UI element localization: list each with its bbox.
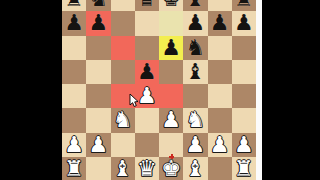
square-f1[interactable]: ♝ — [183, 157, 207, 180]
piece-white-pawn-b2[interactable]: ♟ — [89, 134, 109, 156]
square-h4[interactable] — [232, 84, 256, 108]
square-d4[interactable]: ♟ — [135, 84, 159, 108]
piece-black-pawn-a7[interactable]: ♟ — [64, 12, 84, 34]
piece-black-pawn-g7[interactable]: ♟ — [210, 12, 230, 34]
square-b1[interactable] — [86, 157, 110, 180]
piece-black-pawn-b7[interactable]: ♟ — [89, 12, 109, 34]
square-e6[interactable]: ♟ — [159, 36, 183, 60]
piece-white-bishop-f1[interactable]: ♝ — [186, 158, 206, 180]
square-d8[interactable]: ♛ — [135, 0, 159, 11]
square-f6[interactable]: ♞ — [183, 36, 207, 60]
piece-white-pawn-d4[interactable]: ♟ — [137, 85, 157, 107]
square-g6[interactable] — [208, 36, 232, 60]
square-h7[interactable]: ♟ — [232, 11, 256, 35]
square-b4[interactable] — [86, 84, 110, 108]
square-a4[interactable] — [62, 84, 86, 108]
piece-black-bishop-f5[interactable]: ♝ — [186, 61, 206, 83]
square-d3[interactable] — [135, 108, 159, 132]
square-h1[interactable]: ♜ — [232, 157, 256, 180]
square-b6[interactable] — [86, 36, 110, 60]
square-h8[interactable]: ♜ — [232, 0, 256, 11]
piece-black-bishop-f8[interactable]: ♝ — [186, 0, 206, 10]
piece-white-pawn-g2[interactable]: ♟ — [210, 134, 230, 156]
square-c8[interactable] — [111, 0, 135, 11]
square-a5[interactable] — [62, 60, 86, 84]
square-c1[interactable]: ♝ — [111, 157, 135, 180]
square-f2[interactable]: ♟ — [183, 133, 207, 157]
square-a7[interactable]: ♟ — [62, 11, 86, 35]
square-h5[interactable] — [232, 60, 256, 84]
square-a1[interactable]: ♜ — [62, 157, 86, 180]
square-c3[interactable]: ♞ — [111, 108, 135, 132]
square-g2[interactable]: ♟ — [208, 133, 232, 157]
piece-white-rook-a1[interactable]: ♜ — [64, 158, 84, 180]
piece-black-knight-f6[interactable]: ♞ — [186, 37, 206, 59]
square-f7[interactable]: ♟ — [183, 11, 207, 35]
square-a2[interactable]: ♟ — [62, 133, 86, 157]
screenshot-viewport: ♜♞♛♚♝♜♟♟♟♟♟♟♞♟♝♟♞♟♞♟♟♟♟♟♜♝♛♚♝♜ — [0, 0, 320, 180]
square-c2[interactable] — [111, 133, 135, 157]
piece-white-pawn-a2[interactable]: ♟ — [64, 134, 84, 156]
square-h2[interactable]: ♟ — [232, 133, 256, 157]
square-h3[interactable] — [232, 108, 256, 132]
square-a3[interactable] — [62, 108, 86, 132]
square-g7[interactable]: ♟ — [208, 11, 232, 35]
piece-white-bishop-c1[interactable]: ♝ — [113, 158, 133, 180]
square-c5[interactable] — [111, 60, 135, 84]
square-f8[interactable]: ♝ — [183, 0, 207, 11]
square-g3[interactable] — [208, 108, 232, 132]
piece-black-rook-h8[interactable]: ♜ — [234, 0, 254, 10]
square-f5[interactable]: ♝ — [183, 60, 207, 84]
square-d1[interactable]: ♛ — [135, 157, 159, 180]
piece-white-knight-c3[interactable]: ♞ — [113, 109, 133, 131]
piece-white-pawn-h2[interactable]: ♟ — [234, 134, 254, 156]
square-g5[interactable] — [208, 60, 232, 84]
square-e3[interactable]: ♟ — [159, 108, 183, 132]
piece-white-rook-h1[interactable]: ♜ — [234, 158, 254, 180]
square-d6[interactable] — [135, 36, 159, 60]
square-d7[interactable] — [135, 11, 159, 35]
square-b5[interactable] — [86, 60, 110, 84]
square-b8[interactable]: ♞ — [86, 0, 110, 11]
piece-black-pawn-h7[interactable]: ♟ — [234, 12, 254, 34]
square-c6[interactable] — [111, 36, 135, 60]
piece-white-knight-f3[interactable]: ♞ — [186, 109, 206, 131]
square-d2[interactable] — [135, 133, 159, 157]
square-h6[interactable] — [232, 36, 256, 60]
square-c7[interactable] — [111, 11, 135, 35]
square-a6[interactable] — [62, 36, 86, 60]
piece-white-pawn-e3[interactable]: ♟ — [161, 109, 181, 131]
square-f4[interactable] — [183, 84, 207, 108]
square-f3[interactable]: ♞ — [183, 108, 207, 132]
square-e1[interactable]: ♚ — [159, 157, 183, 180]
square-d5[interactable]: ♟ — [135, 60, 159, 84]
square-g1[interactable] — [208, 157, 232, 180]
square-b7[interactable]: ♟ — [86, 11, 110, 35]
square-b2[interactable]: ♟ — [86, 133, 110, 157]
page-edge-strip — [256, 0, 262, 180]
piece-black-rook-a8[interactable]: ♜ — [64, 0, 84, 10]
square-g8[interactable] — [208, 0, 232, 11]
piece-white-pawn-f2[interactable]: ♟ — [186, 134, 206, 156]
square-e5[interactable] — [159, 60, 183, 84]
piece-black-queen-d8[interactable]: ♛ — [137, 0, 157, 10]
square-a8[interactable]: ♜ — [62, 0, 86, 11]
piece-white-king-e1[interactable]: ♚ — [161, 158, 181, 180]
chess-board: ♜♞♛♚♝♜♟♟♟♟♟♟♞♟♝♟♞♟♞♟♟♟♟♟♜♝♛♚♝♜ — [62, 0, 256, 180]
square-c4[interactable] — [111, 84, 135, 108]
piece-black-king-e8[interactable]: ♚ — [161, 0, 181, 10]
piece-black-pawn-d5[interactable]: ♟ — [137, 61, 157, 83]
piece-black-pawn-f7[interactable]: ♟ — [186, 12, 206, 34]
piece-black-knight-b8[interactable]: ♞ — [89, 0, 109, 10]
square-e8[interactable]: ♚ — [159, 0, 183, 11]
square-e4[interactable] — [159, 84, 183, 108]
piece-black-pawn-e6[interactable]: ♟ — [161, 37, 181, 59]
square-e2[interactable] — [159, 133, 183, 157]
square-b3[interactable] — [86, 108, 110, 132]
square-g4[interactable] — [208, 84, 232, 108]
piece-white-queen-d1[interactable]: ♛ — [137, 158, 157, 180]
square-e7[interactable] — [159, 11, 183, 35]
